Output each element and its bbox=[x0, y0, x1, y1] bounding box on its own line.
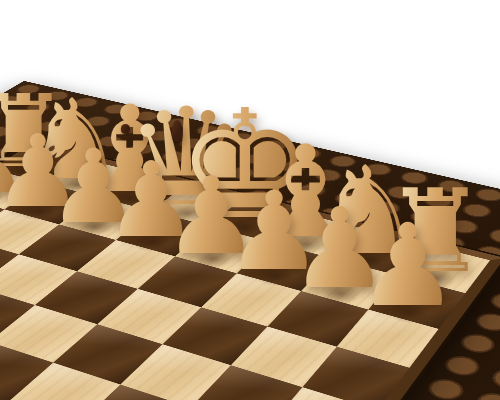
chess-set-photo: ♜♞♝♛♚♝♞♜♟♟♟♟♟♟♟♟ bbox=[0, 0, 500, 400]
carved-frame bbox=[0, 81, 500, 400]
scene bbox=[0, 0, 500, 400]
